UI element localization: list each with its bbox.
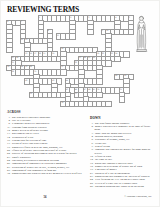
clue-number: 53	[75, 92, 77, 94]
clue-number: 17	[34, 52, 36, 54]
clue-number: 37	[61, 65, 63, 67]
clue-number: 15	[25, 52, 27, 54]
clue-number: 21	[97, 52, 99, 54]
clue-number: 23	[111, 52, 113, 54]
copyright-line: © Pearson Education, Inc.	[124, 195, 152, 198]
clue-number: 51	[120, 88, 122, 90]
clue-number: 19	[43, 52, 45, 54]
clue-number: 13	[25, 38, 27, 40]
clue-number: 46	[75, 88, 77, 90]
clue-number: 49	[93, 88, 95, 90]
clue-number: 31	[12, 61, 14, 63]
page-title: REVIEWING TERMS	[7, 5, 79, 14]
clue-number: 1	[39, 16, 40, 18]
clue-number: 6	[7, 20, 8, 22]
clue-number: 10	[106, 29, 108, 31]
clue-number: 35	[25, 65, 27, 67]
clue-number: 38	[12, 70, 14, 72]
blocked-cell	[129, 102, 134, 107]
clue-number: 48	[88, 88, 90, 90]
clue-number: 18	[39, 52, 41, 54]
clue-number: 7	[21, 20, 22, 22]
clue-item-number: 26.	[90, 185, 93, 188]
clue-number: 42	[25, 79, 27, 81]
clue-number: 24	[115, 52, 117, 54]
clue-number: 2	[70, 16, 71, 18]
clue-number: 40	[115, 74, 117, 76]
down-header: DOWN	[90, 117, 154, 120]
clue-number: 25	[12, 56, 14, 58]
clue-number: 34	[21, 65, 23, 67]
clue-number: 39	[34, 70, 36, 72]
worksheet-page: REVIEWING TERMS 123456789101112131415161…	[0, 0, 160, 207]
clue-item-number: 30.	[7, 172, 10, 175]
page-number: 56	[40, 195, 50, 199]
clue-number: 33	[7, 65, 9, 67]
clue-number: 3	[88, 16, 89, 18]
clue-number: 8	[48, 29, 49, 31]
clue-number: 50	[97, 88, 99, 90]
clue-number: 4	[115, 16, 116, 18]
clue-item: 30. organizations that workers join to g…	[7, 172, 83, 175]
down-clue-list: 1. one who fights against authority2. mo…	[90, 122, 154, 189]
clue-number: 36	[30, 65, 32, 67]
clue-number: 45	[66, 88, 68, 90]
down-clues-section: DOWN 1. one who fights against authority…	[90, 117, 154, 188]
clue-number: 22	[102, 52, 104, 54]
clue-number: 32	[75, 61, 77, 63]
across-clue-list: 1. one who gives charitable donations4. …	[7, 116, 83, 176]
clue-number: 30	[93, 56, 95, 58]
clue-number: 5	[129, 16, 130, 18]
clue-number: 16	[30, 52, 32, 54]
clue-number: 28	[84, 56, 86, 58]
robed-figure-illustration	[134, 15, 149, 53]
clue-number: 20	[52, 52, 54, 54]
clue-number: 43	[52, 79, 54, 81]
clue-number: 52	[30, 92, 32, 94]
across-header: ACROSS	[7, 111, 83, 114]
clue-item-number: 9.	[90, 148, 93, 151]
clue-item: 26. document granting sole rights to an …	[90, 185, 154, 188]
clue-number: 41	[124, 74, 126, 76]
clue-number: 29	[88, 56, 90, 58]
clue-number: 27	[79, 56, 81, 58]
clue-item-number: 2.	[90, 125, 93, 128]
clue-item: 9. company that controls the market for …	[90, 148, 154, 155]
clue-number: 47	[84, 88, 86, 90]
clue-number: 12	[21, 38, 23, 40]
crossword-grid[interactable]: 1234567891011121314151617181920212223242…	[7, 16, 133, 106]
clue-item: 2. money provided to a company in the ho…	[90, 125, 154, 132]
clue-number: 54	[61, 101, 63, 103]
clue-number: 26	[16, 56, 18, 58]
clue-number: 44	[66, 79, 68, 81]
across-clues-section: ACROSS 1. one who gives charitable donat…	[7, 111, 83, 176]
clue-number: 11	[57, 34, 59, 36]
clue-number: 14	[61, 47, 63, 49]
clue-number: 9	[102, 29, 103, 31]
